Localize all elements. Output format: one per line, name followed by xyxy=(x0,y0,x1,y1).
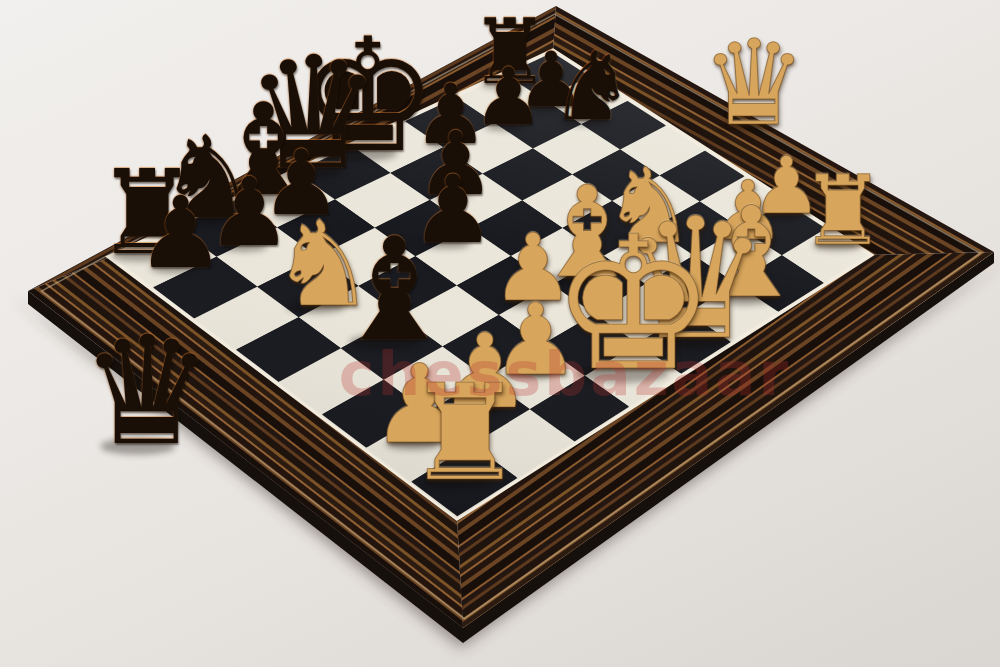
pieces-layer: ♜♟♞♟♛♟♚♛♟♝♟♟♞♟♞♟♜♟♜♟♝♝♟♞♛♝♚♟♟♟♛♜ xyxy=(0,0,1000,667)
piece-white-queen-offboard[interactable]: ♛ xyxy=(701,24,807,142)
piece-white-rook-h1[interactable]: ♜ xyxy=(405,367,524,500)
piece-black-pawn-h7[interactable]: ♟ xyxy=(136,183,225,282)
piece-black-knight-b6[interactable]: ♞ xyxy=(549,39,634,134)
product-photo-scene: ♜♟♞♟♛♟♚♛♟♝♟♟♞♟♞♟♜♟♜♟♝♝♟♞♛♝♚♟♟♟♛♜ chessba… xyxy=(0,0,1000,667)
piece-black-queen-offboard[interactable]: ♛ xyxy=(80,316,214,466)
piece-white-rook-a1[interactable]: ♜ xyxy=(800,163,886,259)
